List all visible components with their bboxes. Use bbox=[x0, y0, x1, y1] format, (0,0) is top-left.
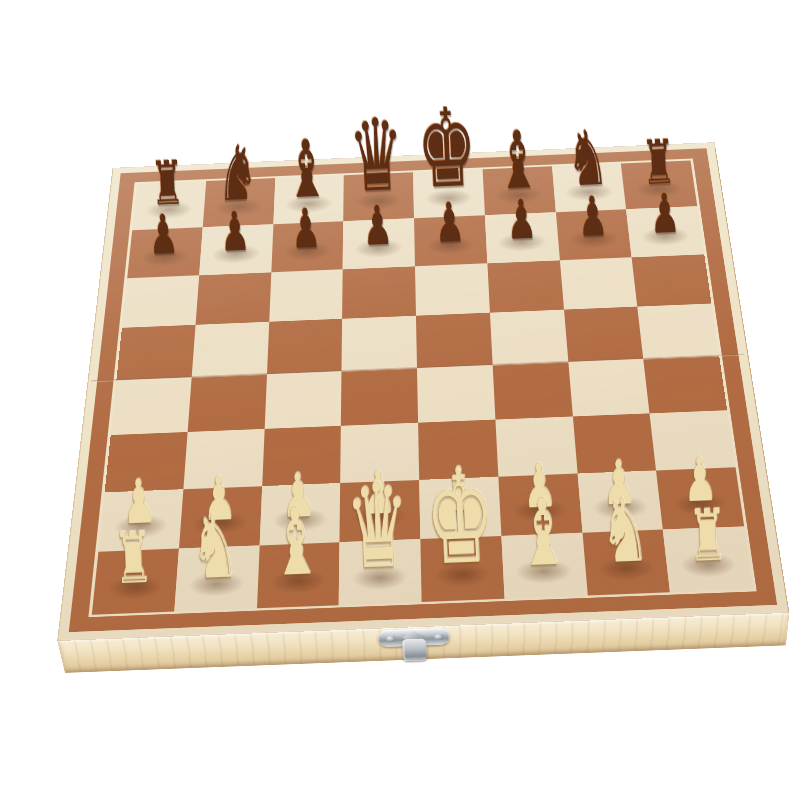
metal-clasp bbox=[338, 624, 490, 673]
square-g1[interactable]: ♞ bbox=[582, 530, 670, 596]
square-b6[interactable] bbox=[195, 272, 271, 325]
board-surface: ♜♞♝♛♚♝♞♜♟♟♟♟♟♟♟♟♟♟♟♟♟♟♟♟♜♞♝♛♚♝♞♜ bbox=[58, 143, 788, 640]
piece-black-pawn[interactable]: ♟ bbox=[433, 195, 465, 251]
piece-black-pawn[interactable]: ♟ bbox=[362, 198, 394, 254]
square-h6[interactable] bbox=[632, 254, 712, 307]
square-d7[interactable]: ♟ bbox=[343, 218, 415, 269]
square-g4[interactable] bbox=[568, 359, 650, 417]
square-d6[interactable] bbox=[342, 266, 416, 319]
piece-white-knight[interactable]: ♞ bbox=[599, 486, 651, 576]
piece-black-pawn[interactable]: ♟ bbox=[577, 189, 609, 245]
square-g6[interactable] bbox=[559, 257, 637, 310]
square-h4[interactable] bbox=[643, 356, 727, 413]
piece-black-pawn[interactable]: ♟ bbox=[649, 186, 681, 242]
product-photo-stage: ♜♞♝♛♚♝♞♜♟♟♟♟♟♟♟♟♟♟♟♟♟♟♟♟♜♞♝♛♚♝♞♜ bbox=[0, 0, 800, 800]
square-d5[interactable] bbox=[342, 316, 417, 371]
square-h7[interactable]: ♟ bbox=[626, 206, 704, 257]
square-d1[interactable]: ♛ bbox=[339, 539, 422, 605]
square-b4[interactable] bbox=[187, 374, 266, 432]
board-squares: ♜♞♝♛♚♝♞♜♟♟♟♟♟♟♟♟♟♟♟♟♟♟♟♟♜♞♝♛♚♝♞♜ bbox=[92, 160, 754, 614]
square-b1[interactable]: ♞ bbox=[174, 546, 259, 612]
square-b7[interactable]: ♟ bbox=[199, 224, 273, 275]
piece-white-queen[interactable]: ♛ bbox=[344, 467, 412, 585]
square-a1[interactable]: ♜ bbox=[92, 549, 179, 615]
piece-white-rook[interactable]: ♜ bbox=[112, 523, 154, 595]
square-c6[interactable] bbox=[269, 269, 343, 322]
square-f6[interactable] bbox=[487, 260, 563, 313]
piece-black-queen[interactable]: ♛ bbox=[348, 105, 406, 206]
square-e4[interactable] bbox=[417, 365, 495, 423]
square-c1[interactable]: ♝ bbox=[256, 542, 339, 608]
piece-black-pawn[interactable]: ♟ bbox=[147, 207, 179, 262]
square-e6[interactable] bbox=[415, 263, 490, 316]
square-c4[interactable] bbox=[264, 371, 342, 429]
chess-board: ♜♞♝♛♚♝♞♜♟♟♟♟♟♟♟♟♟♟♟♟♟♟♟♟♜♞♝♛♚♝♞♜ bbox=[58, 143, 788, 640]
square-f1[interactable]: ♝ bbox=[501, 533, 587, 599]
piece-black-pawn[interactable]: ♟ bbox=[219, 204, 251, 260]
square-f4[interactable] bbox=[492, 362, 572, 420]
square-e1[interactable]: ♚ bbox=[420, 536, 504, 602]
square-f5[interactable] bbox=[490, 310, 568, 365]
clasp-tongue bbox=[402, 639, 427, 662]
piece-white-rook[interactable]: ♜ bbox=[687, 500, 729, 572]
square-c7[interactable]: ♟ bbox=[271, 221, 344, 272]
square-a4[interactable] bbox=[111, 377, 192, 435]
piece-black-pawn[interactable]: ♟ bbox=[505, 192, 537, 248]
piece-white-king[interactable]: ♚ bbox=[422, 453, 497, 582]
piece-black-pawn[interactable]: ♟ bbox=[290, 201, 322, 257]
piece-white-knight[interactable]: ♞ bbox=[189, 502, 241, 592]
square-a7[interactable]: ♟ bbox=[127, 227, 202, 278]
piece-white-bishop[interactable]: ♝ bbox=[515, 485, 569, 579]
square-g7[interactable]: ♟ bbox=[555, 209, 631, 260]
piece-black-king[interactable]: ♚ bbox=[415, 93, 479, 204]
square-a6[interactable] bbox=[122, 275, 199, 328]
piece-white-bishop[interactable]: ♝ bbox=[269, 495, 323, 589]
square-h1[interactable]: ♜ bbox=[663, 527, 753, 593]
square-e5[interactable] bbox=[416, 313, 492, 368]
